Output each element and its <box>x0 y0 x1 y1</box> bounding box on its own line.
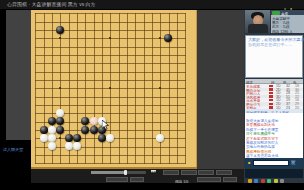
grid-line-v <box>177 13 178 164</box>
emoji-icon[interactable]: ☻ <box>247 160 251 165</box>
grid-line-h <box>35 163 186 164</box>
stone-black-D6 <box>56 117 64 125</box>
send-button[interactable]: 发 <box>291 160 296 162</box>
stone-white-K4 <box>106 134 114 142</box>
stone-black-G6 <box>81 117 89 125</box>
right-panel: 直播 大盘讲解中黑方 · 九段白方 · 九段观战 1286 人 大家好，欢迎收看… <box>244 10 304 183</box>
grid-line-v <box>135 13 136 164</box>
stone-white-B4 <box>40 134 48 142</box>
grid-line-v <box>144 13 145 164</box>
toolbar-action-button[interactable]: 申请研究 <box>197 177 221 182</box>
window-title: 心弈围棋 · 大盘讲解直播间 黑方 vs 白方 <box>7 1 96 8</box>
commentary-box[interactable]: 大家好，欢迎收看今天的大盘讲解 当前对局正在进行中…… <box>245 35 303 78</box>
chat-tool-icon[interactable] <box>248 179 252 183</box>
stone-white-C3 <box>48 142 56 150</box>
nav-button[interactable]: 下一手 <box>198 170 214 175</box>
toolbar-action-button[interactable]: 退出 <box>223 177 237 182</box>
stone-black-B5 <box>40 126 48 134</box>
stone-white-E3 <box>65 142 73 150</box>
board-toolbar: 175 观战 1/0 第一手上一手下一手最后手形势判断数子申请研究退出 <box>31 169 244 183</box>
chat-box[interactable]: 欢迎大家进入直播间恭喜黑棋抢到大场白棋下一手会在哪里这个变化黑棋不亏左下角定式双… <box>245 113 303 158</box>
info-row: 观战 1286 人 <box>272 29 293 34</box>
stone-white-D7 <box>56 109 64 117</box>
toolbar-action-button[interactable]: 形势判断 <box>106 177 128 182</box>
stone-black-J4 <box>98 134 106 142</box>
chat-tool-icon[interactable] <box>267 179 271 183</box>
stone-black-D5 <box>56 126 64 134</box>
stone-black-F4 <box>73 134 81 142</box>
middle-gap <box>197 10 244 169</box>
game-info-box: 直播 大盘讲解中黑方 · 九段白方 · 九段观战 1286 人 <box>271 10 304 33</box>
stone-black-D17 <box>56 26 64 34</box>
stone-black-H5 <box>90 126 98 134</box>
stone-black-R16 <box>164 34 172 42</box>
bottom-strip <box>0 183 304 190</box>
app-window: 心弈围棋 · 大盘讲解直播间 黑方 vs 白方 ●●▲✕ 进入聊天室 直播 大盘… <box>0 0 304 190</box>
grid-line-v <box>127 13 128 164</box>
commentary-line-2: 当前对局正在进行中…… <box>248 42 293 48</box>
grid-line-h <box>35 147 186 148</box>
live-row: 直播 <box>271 10 304 15</box>
nav-button[interactable]: 最后手 <box>216 170 232 175</box>
stone-black-J5 <box>98 126 106 134</box>
title-bar: 心弈围棋 · 大盘讲解直播间 黑方 vs 白方 ●●▲✕ <box>0 0 304 10</box>
slider-fill <box>91 171 125 174</box>
stone-white-J6 <box>98 117 106 125</box>
chat-tool-icon[interactable] <box>254 179 258 183</box>
slider-knob[interactable] <box>124 170 127 175</box>
stone-white-Q4 <box>156 134 164 142</box>
chat-input-row: ☻ 发 <box>245 158 303 168</box>
toolbar-action-button[interactable]: 数子 <box>130 177 144 182</box>
left-sidebar <box>6 10 31 140</box>
stone-black-C6 <box>48 117 56 125</box>
webcam-video[interactable] <box>245 10 270 33</box>
move-counter: 175 <box>151 170 156 172</box>
nav-button[interactable]: 第一手 <box>163 170 179 175</box>
grid-line-v <box>152 13 153 164</box>
move-slider[interactable] <box>91 171 146 174</box>
stone-white-H6 <box>90 117 98 125</box>
chat-tool-icon[interactable] <box>280 179 284 183</box>
grid-line-v <box>185 13 186 164</box>
go-board[interactable] <box>31 10 197 169</box>
stone-black-E4 <box>65 134 73 142</box>
nav-button[interactable]: 上一手 <box>181 170 197 175</box>
presenter-body <box>248 24 268 33</box>
stone-black-G5 <box>81 126 89 134</box>
grid-line-h <box>35 155 186 156</box>
stone-white-F3 <box>73 142 81 150</box>
grid-line-h <box>35 105 186 106</box>
grid-line-v <box>119 13 120 164</box>
chat-tool-icon[interactable] <box>261 179 265 183</box>
chat-tool-row[interactable] <box>245 169 303 178</box>
chat-input[interactable] <box>253 160 289 166</box>
player-list[interactable]: 天元棋客1D3218黑白之间2D4530烂柯山人1D2825清风弈者3D5122… <box>245 84 303 109</box>
chat-tool-icon[interactable] <box>274 179 278 183</box>
stone-white-C4 <box>48 134 56 142</box>
chatroom-link[interactable]: 进入聊天室 <box>3 147 23 153</box>
live-badge-label: 直播 <box>281 11 288 16</box>
stone-white-C5 <box>48 126 56 134</box>
grid-line-h <box>35 97 186 98</box>
live-badge <box>272 11 280 15</box>
